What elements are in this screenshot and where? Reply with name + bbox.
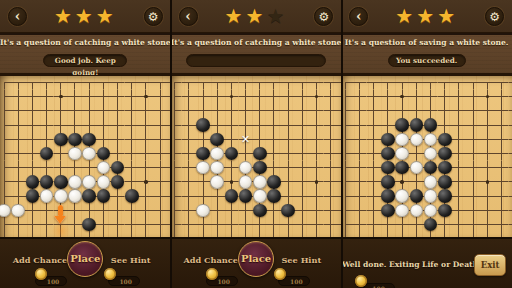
white-stone bbox=[410, 133, 424, 147]
status-pill bbox=[186, 54, 326, 67]
panel-divider bbox=[170, 0, 172, 288]
bottom-bar-3: Well done. Exiting Life or Death. 100 Ex… bbox=[341, 237, 512, 288]
add-chance-button[interactable]: Add Chance 100 bbox=[176, 255, 246, 280]
white-stone bbox=[395, 133, 409, 147]
white-stone bbox=[253, 189, 267, 203]
black-stone bbox=[225, 189, 239, 203]
puzzle-panel-3: ‹ ★★★ ⚙ It's a question of saving a whit… bbox=[341, 0, 512, 288]
white-stone bbox=[97, 175, 111, 189]
message-bar-3: It's a question of saving a white stone.… bbox=[341, 33, 512, 75]
star-icon: ★ bbox=[395, 4, 416, 28]
star-icon: ★ bbox=[416, 4, 437, 28]
coin-reward: 100 bbox=[355, 276, 415, 287]
see-hint-button[interactable]: See Hint 100 bbox=[266, 255, 336, 280]
black-stone bbox=[438, 133, 452, 147]
white-stone bbox=[196, 204, 210, 218]
black-stone bbox=[410, 189, 424, 203]
star-icon: ★ bbox=[437, 4, 458, 28]
star-icon: ★ bbox=[54, 4, 75, 28]
black-stone bbox=[97, 189, 111, 203]
black-stone bbox=[54, 175, 68, 189]
add-chance-button[interactable]: Add Chance 100 bbox=[5, 255, 75, 280]
go-board-3[interactable] bbox=[341, 75, 512, 237]
white-stone bbox=[253, 175, 267, 189]
bottom-bar-1: Add Chance 100 Place See Hint 100 bbox=[0, 237, 171, 288]
add-chance-label: Add Chance bbox=[176, 255, 246, 265]
white-stone bbox=[68, 189, 82, 203]
puzzle-panel-2: ‹ ★★★ ⚙ It's a question of catching a wh… bbox=[171, 0, 342, 288]
black-stone bbox=[82, 133, 96, 147]
black-stone bbox=[381, 204, 395, 218]
black-stone bbox=[438, 161, 452, 175]
see-hint-label: See Hint bbox=[96, 255, 166, 265]
black-stone bbox=[267, 175, 281, 189]
star-icon: ★ bbox=[246, 4, 267, 28]
black-stone bbox=[381, 133, 395, 147]
black-stone bbox=[381, 189, 395, 203]
star-icon: ★ bbox=[75, 4, 96, 28]
black-stone bbox=[281, 204, 295, 218]
message-bar-1: It's a question of catching a white ston… bbox=[0, 33, 171, 75]
black-stone bbox=[381, 147, 395, 161]
puzzle-instruction: It's a question of catching a white ston… bbox=[171, 38, 342, 47]
coin-value: 100 bbox=[363, 283, 395, 288]
black-stone bbox=[438, 204, 452, 218]
white-stone bbox=[54, 189, 68, 203]
white-stone bbox=[424, 175, 438, 189]
black-stone bbox=[410, 118, 424, 132]
black-stone bbox=[381, 161, 395, 175]
black-stone bbox=[253, 204, 267, 218]
white-stone bbox=[68, 147, 82, 161]
black-stone bbox=[253, 147, 267, 161]
black-stone bbox=[125, 189, 139, 203]
top-bar-1: ‹ ★★★ ⚙ bbox=[0, 0, 171, 33]
hoshi-star-point bbox=[230, 180, 234, 184]
hoshi-star-point bbox=[59, 95, 63, 99]
white-stone bbox=[210, 175, 224, 189]
hoshi-star-point bbox=[144, 180, 148, 184]
black-stone bbox=[54, 133, 68, 147]
black-stone bbox=[111, 175, 125, 189]
add-chance-label: Add Chance bbox=[5, 255, 75, 265]
black-stone bbox=[424, 118, 438, 132]
black-stone bbox=[381, 175, 395, 189]
black-stone bbox=[253, 161, 267, 175]
star-icon: ★ bbox=[266, 4, 287, 28]
x-marker: ✕ bbox=[240, 133, 252, 146]
puzzle-panel-1: ‹ ★★★ ⚙ It's a question of catching a wh… bbox=[0, 0, 171, 288]
black-stone bbox=[82, 218, 96, 232]
coin-icon bbox=[104, 268, 116, 280]
white-stone bbox=[11, 204, 25, 218]
status-pill: You succeeded. bbox=[388, 54, 466, 67]
black-stone bbox=[40, 175, 54, 189]
top-bar-3: ‹ ★★★ ⚙ bbox=[341, 0, 512, 33]
coin-icon bbox=[35, 268, 47, 280]
hoshi-star-point bbox=[486, 180, 490, 184]
white-stone bbox=[424, 189, 438, 203]
go-board-2[interactable]: ✕ bbox=[171, 75, 342, 237]
black-stone bbox=[196, 147, 210, 161]
white-stone bbox=[82, 147, 96, 161]
panel-divider bbox=[341, 0, 343, 288]
white-stone bbox=[395, 204, 409, 218]
black-stone bbox=[438, 147, 452, 161]
puzzle-instruction: It's a question of catching a white ston… bbox=[0, 38, 171, 47]
white-stone bbox=[82, 175, 96, 189]
white-stone bbox=[239, 175, 253, 189]
puzzle-instruction: It's a question of saving a white stone. bbox=[341, 38, 512, 47]
star-icon: ★ bbox=[96, 4, 117, 28]
black-stone bbox=[26, 189, 40, 203]
top-bar-2: ‹ ★★★ ⚙ bbox=[171, 0, 342, 33]
coin-icon bbox=[206, 268, 218, 280]
black-stone bbox=[210, 133, 224, 147]
white-stone bbox=[395, 189, 409, 203]
black-stone bbox=[196, 118, 210, 132]
go-board-1[interactable] bbox=[0, 75, 171, 237]
white-stone bbox=[68, 175, 82, 189]
settings-gear-icon[interactable]: ⚙ bbox=[485, 7, 504, 26]
settings-gear-icon[interactable]: ⚙ bbox=[144, 7, 163, 26]
black-stone bbox=[68, 133, 82, 147]
see-hint-button[interactable]: See Hint 100 bbox=[96, 255, 166, 280]
bottom-bar-2: Add Chance 100 Place See Hint 100 bbox=[171, 237, 342, 288]
black-stone bbox=[438, 189, 452, 203]
message-bar-2: It's a question of catching a white ston… bbox=[171, 33, 342, 75]
white-stone bbox=[395, 147, 409, 161]
status-pill: Good job. Keep going! bbox=[43, 54, 127, 67]
see-hint-label: See Hint bbox=[266, 255, 336, 265]
black-stone bbox=[395, 118, 409, 132]
black-stone bbox=[438, 175, 452, 189]
black-stone bbox=[26, 175, 40, 189]
hoshi-star-point bbox=[400, 180, 404, 184]
black-stone bbox=[267, 189, 281, 203]
completion-message: Well done. Exiting Life or Death. bbox=[341, 260, 481, 269]
white-stone bbox=[410, 204, 424, 218]
star-icon: ★ bbox=[225, 4, 246, 28]
app-screenshot: ‹ ★★★ ⚙ It's a question of catching a wh… bbox=[0, 0, 512, 288]
black-stone bbox=[82, 189, 96, 203]
exit-button[interactable]: Exit bbox=[474, 254, 506, 276]
hint-arrow-down-icon bbox=[54, 205, 67, 225]
